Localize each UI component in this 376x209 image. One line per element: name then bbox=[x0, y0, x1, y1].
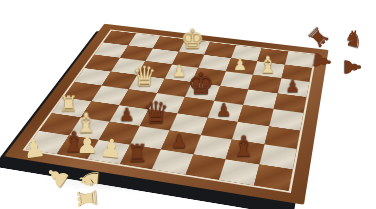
chess-set-photo: ♚♟♝♟♟♛♚♟♜♟♛♝♟♝♝♜ ♜♞♟♟ ♟♟♟♟♞♜ bbox=[0, 0, 376, 209]
captured-dark-pieces: ♜♞♟♟ bbox=[288, 4, 372, 70]
captured-white-pawn[interactable]: ♟ bbox=[76, 132, 98, 157]
square-h1[interactable] bbox=[253, 164, 292, 191]
captured-white-pawn[interactable]: ♟ bbox=[99, 135, 124, 162]
captured-black-pawn[interactable]: ♟ bbox=[309, 49, 334, 72]
captured-white-rook[interactable]: ♜ bbox=[74, 186, 101, 209]
captured-black-pawn[interactable]: ♟ bbox=[341, 57, 363, 77]
square-h5[interactable] bbox=[273, 93, 306, 113]
captured-light-pieces: ♟♟♟♟♞♜ bbox=[6, 112, 124, 206]
captured-black-knight[interactable]: ♞ bbox=[341, 26, 366, 52]
captured-white-pawn[interactable]: ♟ bbox=[41, 160, 74, 193]
captured-black-rook[interactable]: ♜ bbox=[303, 22, 333, 52]
square-g1[interactable] bbox=[219, 159, 259, 185]
captured-white-pawn[interactable]: ♟ bbox=[21, 135, 47, 163]
